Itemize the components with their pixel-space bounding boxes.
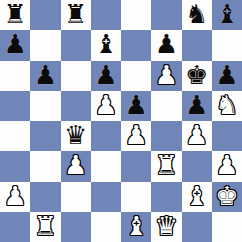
square-c5[interactable] bbox=[61, 91, 91, 121]
square-f6[interactable]: ♟ bbox=[151, 61, 181, 91]
square-g8[interactable]: ♞ bbox=[182, 0, 212, 30]
white-pawn-piece[interactable]: ♟ bbox=[215, 152, 238, 178]
square-h1[interactable] bbox=[212, 212, 242, 242]
square-c8[interactable]: ♜ bbox=[61, 0, 91, 30]
black-knight-piece[interactable]: ♞ bbox=[185, 1, 208, 27]
square-h3[interactable]: ♟ bbox=[212, 151, 242, 181]
black-bishop-piece[interactable]: ♝ bbox=[215, 1, 238, 27]
square-a1[interactable] bbox=[0, 212, 30, 242]
square-a3[interactable] bbox=[0, 151, 30, 181]
white-rook-piece[interactable]: ♜ bbox=[34, 213, 57, 239]
white-knight-piece[interactable]: ♞ bbox=[215, 92, 238, 118]
square-b5[interactable] bbox=[30, 91, 60, 121]
square-b7[interactable] bbox=[30, 30, 60, 60]
square-d5[interactable]: ♟ bbox=[91, 91, 121, 121]
chess-board: ♜♜♞♝♟♝♟♟♟♟♚♟♟♟♟♞♛♟♟♟♜♟♟♝♚♜♝♛ bbox=[0, 0, 242, 242]
square-e4[interactable]: ♟ bbox=[121, 121, 151, 151]
square-g5[interactable]: ♟ bbox=[182, 91, 212, 121]
square-b6[interactable]: ♟ bbox=[30, 61, 60, 91]
white-pawn-piece[interactable]: ♟ bbox=[3, 183, 26, 209]
square-h7[interactable] bbox=[212, 30, 242, 60]
square-h8[interactable]: ♝ bbox=[212, 0, 242, 30]
square-b4[interactable] bbox=[30, 121, 60, 151]
square-c7[interactable] bbox=[61, 30, 91, 60]
square-c1[interactable] bbox=[61, 212, 91, 242]
square-c2[interactable] bbox=[61, 182, 91, 212]
square-a7[interactable]: ♟ bbox=[0, 30, 30, 60]
square-h5[interactable]: ♞ bbox=[212, 91, 242, 121]
square-d8[interactable] bbox=[91, 0, 121, 30]
square-g2[interactable]: ♝ bbox=[182, 182, 212, 212]
square-h2[interactable]: ♚ bbox=[212, 182, 242, 212]
square-g4[interactable]: ♟ bbox=[182, 121, 212, 151]
square-d7[interactable]: ♝ bbox=[91, 30, 121, 60]
square-f7[interactable]: ♟ bbox=[151, 30, 181, 60]
square-a5[interactable] bbox=[0, 91, 30, 121]
white-pawn-piece[interactable]: ♟ bbox=[64, 152, 87, 178]
square-a8[interactable]: ♜ bbox=[0, 0, 30, 30]
square-f5[interactable] bbox=[151, 91, 181, 121]
black-rook-piece[interactable]: ♜ bbox=[3, 1, 26, 27]
square-d3[interactable] bbox=[91, 151, 121, 181]
white-pawn-piece[interactable]: ♟ bbox=[185, 122, 208, 148]
black-pawn-piece[interactable]: ♟ bbox=[215, 62, 238, 88]
square-e3[interactable] bbox=[121, 151, 151, 181]
square-e8[interactable] bbox=[121, 0, 151, 30]
black-bishop-piece[interactable]: ♝ bbox=[94, 31, 117, 57]
square-g6[interactable]: ♚ bbox=[182, 61, 212, 91]
square-d2[interactable] bbox=[91, 182, 121, 212]
white-queen-piece[interactable]: ♛ bbox=[155, 213, 178, 239]
square-d1[interactable] bbox=[91, 212, 121, 242]
chess-board-window: ♜♜♞♝♟♝♟♟♟♟♚♟♟♟♟♞♛♟♟♟♜♟♟♝♚♜♝♛ bbox=[0, 0, 242, 242]
square-e1[interactable]: ♝ bbox=[121, 212, 151, 242]
black-rook-piece[interactable]: ♜ bbox=[64, 1, 87, 27]
square-f3[interactable]: ♜ bbox=[151, 151, 181, 181]
square-c3[interactable]: ♟ bbox=[61, 151, 91, 181]
white-king-piece[interactable]: ♚ bbox=[215, 183, 238, 209]
black-pawn-piece[interactable]: ♟ bbox=[155, 31, 178, 57]
square-a6[interactable] bbox=[0, 61, 30, 91]
square-e7[interactable] bbox=[121, 30, 151, 60]
square-b3[interactable] bbox=[30, 151, 60, 181]
square-d4[interactable] bbox=[91, 121, 121, 151]
square-f2[interactable] bbox=[151, 182, 181, 212]
square-a4[interactable] bbox=[0, 121, 30, 151]
square-e5[interactable]: ♟ bbox=[121, 91, 151, 121]
white-rook-piece[interactable]: ♜ bbox=[155, 152, 178, 178]
square-d6[interactable]: ♟ bbox=[91, 61, 121, 91]
square-f8[interactable] bbox=[151, 0, 181, 30]
white-bishop-piece[interactable]: ♝ bbox=[124, 213, 147, 239]
square-h4[interactable] bbox=[212, 121, 242, 151]
white-pawn-piece[interactable]: ♟ bbox=[155, 62, 178, 88]
black-pawn-piece[interactable]: ♟ bbox=[34, 62, 57, 88]
square-h6[interactable]: ♟ bbox=[212, 61, 242, 91]
square-c4[interactable]: ♛ bbox=[61, 121, 91, 151]
square-g7[interactable] bbox=[182, 30, 212, 60]
square-c6[interactable] bbox=[61, 61, 91, 91]
square-e2[interactable] bbox=[121, 182, 151, 212]
black-king-piece[interactable]: ♚ bbox=[185, 62, 208, 88]
square-b8[interactable] bbox=[30, 0, 60, 30]
square-f4[interactable] bbox=[151, 121, 181, 151]
black-queen-piece[interactable]: ♛ bbox=[64, 122, 87, 148]
square-a2[interactable]: ♟ bbox=[0, 182, 30, 212]
white-pawn-piece[interactable]: ♟ bbox=[94, 92, 117, 118]
square-b1[interactable]: ♜ bbox=[30, 212, 60, 242]
white-bishop-piece[interactable]: ♝ bbox=[185, 183, 208, 209]
white-pawn-piece[interactable]: ♟ bbox=[124, 122, 147, 148]
square-g3[interactable] bbox=[182, 151, 212, 181]
square-b2[interactable] bbox=[30, 182, 60, 212]
square-g1[interactable] bbox=[182, 212, 212, 242]
square-f1[interactable]: ♛ bbox=[151, 212, 181, 242]
black-pawn-piece[interactable]: ♟ bbox=[3, 31, 26, 57]
black-pawn-piece[interactable]: ♟ bbox=[124, 92, 147, 118]
black-pawn-piece[interactable]: ♟ bbox=[94, 62, 117, 88]
black-pawn-piece[interactable]: ♟ bbox=[185, 92, 208, 118]
square-e6[interactable] bbox=[121, 61, 151, 91]
